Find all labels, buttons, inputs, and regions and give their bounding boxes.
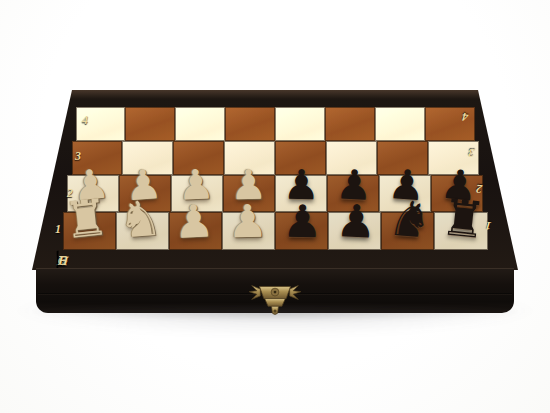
square-b2 (119, 175, 171, 212)
square-d4 (225, 107, 275, 141)
square-c2 (171, 175, 223, 212)
square-e4 (275, 107, 325, 141)
square-c3 (173, 141, 224, 175)
square-b1 (116, 212, 169, 250)
square-g1 (381, 212, 434, 250)
square-f3 (326, 141, 377, 175)
rank-label-left-3: 3 (70, 147, 86, 165)
square-c1 (169, 212, 222, 250)
square-g4 (375, 107, 425, 141)
square-g2 (379, 175, 431, 212)
square-d2 (223, 175, 275, 212)
rank-row-3 (72, 141, 479, 175)
square-e1 (275, 212, 328, 250)
rank-label-right-3: 3 (462, 143, 480, 163)
square-b4 (125, 107, 175, 141)
square-g3 (377, 141, 428, 175)
rank-label-right-4: 4 (456, 107, 474, 127)
rank-row-1 (63, 212, 488, 250)
square-d3 (224, 141, 275, 175)
rank-row-4 (76, 107, 475, 141)
square-d1 (222, 212, 275, 250)
square-f2 (327, 175, 379, 212)
square-a1 (63, 212, 116, 250)
board-frame: ABCDEFGH 43214321 (32, 90, 518, 270)
rank-label-right-2: 2 (470, 179, 488, 199)
square-f4 (325, 107, 375, 141)
brass-clasp-icon (247, 283, 303, 321)
square-f1 (328, 212, 381, 250)
product-photo-scene: ABCDEFGH 43214321 ♜♞♟♟♟♟♞♜♟♟♟♟♟♟♟♟ (0, 0, 550, 413)
square-b3 (122, 141, 173, 175)
rank-row-2 (67, 175, 483, 212)
square-e3 (275, 141, 326, 175)
rank-label-left-1: 1 (50, 220, 66, 238)
rank-label-left-4: 4 (77, 111, 93, 129)
rank-label-left-2: 2 (62, 184, 78, 202)
square-e2 (275, 175, 327, 212)
rank-label-right-1: 1 (479, 216, 497, 236)
square-c4 (175, 107, 225, 141)
